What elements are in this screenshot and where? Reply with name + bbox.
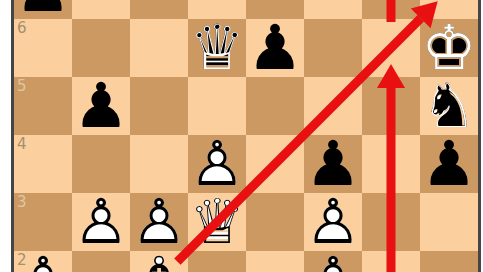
- rank-label-6: 6: [17, 21, 27, 36]
- piece-black-pawn-e6[interactable]: ♟: [246, 19, 304, 77]
- square-c2[interactable]: ♝♗: [130, 251, 188, 272]
- queen-outline: ♕: [188, 19, 246, 77]
- piece-black-pawn-h4[interactable]: ♟: [420, 135, 478, 193]
- square-c7[interactable]: [130, 0, 188, 19]
- square-a7[interactable]: ♟: [14, 0, 72, 19]
- square-g7[interactable]: [362, 0, 420, 19]
- rank-label-3: 3: [17, 195, 27, 210]
- square-g5[interactable]: [362, 77, 420, 135]
- piece-white-pawn-f2[interactable]: ♟♙: [304, 251, 362, 272]
- board-viewport: ♟♛♕♟♚♔♟♞♘♟♙♟♟♟♙♟♙♛♕♟♙♟♙♝♗♟♙65432: [14, 0, 478, 272]
- square-b2[interactable]: [72, 251, 130, 272]
- pawn-glyph: ♟: [72, 77, 130, 135]
- square-g6[interactable]: [362, 19, 420, 77]
- piece-black-queen-d6[interactable]: ♛♕: [188, 19, 246, 77]
- square-h4[interactable]: ♟: [420, 135, 478, 193]
- square-d2[interactable]: [188, 251, 246, 272]
- piece-black-pawn-a7[interactable]: ♟: [14, 0, 72, 19]
- pawn-glyph: ♟: [420, 135, 478, 193]
- chess-board-screenshot: ♟♛♕♟♚♔♟♞♘♟♙♟♟♟♙♟♙♛♕♟♙♟♙♝♗♟♙65432: [0, 0, 483, 272]
- piece-black-pawn-b5[interactable]: ♟: [72, 77, 130, 135]
- piece-white-queen-d3[interactable]: ♛♕: [188, 193, 246, 251]
- square-e4[interactable]: [246, 135, 304, 193]
- square-h2[interactable]: [420, 251, 478, 272]
- square-h3[interactable]: [420, 193, 478, 251]
- bishop-outline: ♗: [130, 251, 188, 272]
- square-f6[interactable]: [304, 19, 362, 77]
- square-b5[interactable]: ♟: [72, 77, 130, 135]
- pawn-glyph: ♟: [246, 19, 304, 77]
- square-d6[interactable]: ♛♕: [188, 19, 246, 77]
- pawn-outline: ♙: [304, 251, 362, 272]
- queen-outline: ♕: [188, 193, 246, 251]
- piece-white-bishop-c2[interactable]: ♝♗: [130, 251, 188, 272]
- pawn-glyph: ♟: [14, 0, 72, 19]
- square-c5[interactable]: [130, 77, 188, 135]
- square-g2[interactable]: [362, 251, 420, 272]
- rank-label-4: 4: [17, 137, 27, 152]
- square-b7[interactable]: [72, 0, 130, 19]
- square-g3[interactable]: [362, 193, 420, 251]
- rank-label-5: 5: [17, 79, 27, 94]
- square-e6[interactable]: ♟: [246, 19, 304, 77]
- square-e3[interactable]: [246, 193, 304, 251]
- square-f7[interactable]: [304, 0, 362, 19]
- square-g4[interactable]: [362, 135, 420, 193]
- piece-white-pawn-b3[interactable]: ♟♙: [72, 193, 130, 251]
- square-b3[interactable]: ♟♙: [72, 193, 130, 251]
- square-c6[interactable]: [130, 19, 188, 77]
- pawn-outline: ♙: [72, 193, 130, 251]
- chess-board[interactable]: ♟♛♕♟♚♔♟♞♘♟♙♟♟♟♙♟♙♛♕♟♙♟♙♝♗♟♙65432: [14, 0, 478, 272]
- square-f2[interactable]: ♟♙: [304, 251, 362, 272]
- square-d3[interactable]: ♛♕: [188, 193, 246, 251]
- square-e2[interactable]: [246, 251, 304, 272]
- square-e5[interactable]: [246, 77, 304, 135]
- rank-label-2: 2: [17, 253, 27, 268]
- board-right-border: [478, 0, 481, 272]
